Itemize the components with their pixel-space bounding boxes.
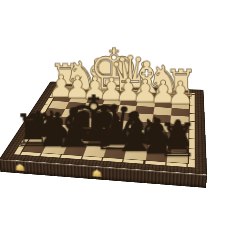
chessboard: ♜♞♝♚♛♝♞♜♟♟♟♟♟♟♟♟♟♟♟♟♟♟♟♟♜♞♝♚♛♝♞♜ — [0, 82, 207, 175]
brass-clasp-center — [92, 169, 101, 177]
scene: ♜♞♝♚♛♝♞♜♟♟♟♟♟♟♟♟♟♟♟♟♟♟♟♟♜♞♝♚♛♝♞♜ — [0, 0, 228, 228]
pieces-layer: ♜♞♝♚♛♝♞♜♟♟♟♟♟♟♟♟♟♟♟♟♟♟♟♟♜♞♝♚♛♝♞♜ — [23, 88, 190, 164]
chess-piece: ♜ — [166, 151, 188, 163]
brass-hinge-left — [15, 163, 25, 171]
photo-background: ♜♞♝♚♛♝♞♜♟♟♟♟♟♟♟♟♟♟♟♟♟♟♟♟♜♞♝♚♛♝♞♜ — [0, 0, 228, 228]
